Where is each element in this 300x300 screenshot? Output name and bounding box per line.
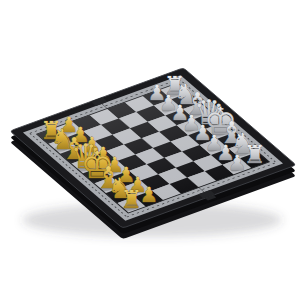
piece-gold-rook: ♜ <box>120 185 142 214</box>
piece-silver-rook: ♜ <box>243 140 265 169</box>
chess-set: ♜♟♞♟♝♟♛♟♟♚♜♟♟♝♞♟♟♞♝♟♟♜♛♟♟♚♟♝♟♞♟♜ <box>0 0 300 300</box>
piece-silver-pawn: ♟ <box>228 151 247 175</box>
product-photo: ♜♟♞♟♝♟♛♟♟♚♜♟♟♝♞♟♟♞♝♟♟♜♛♟♟♚♟♝♟♞♟♜ <box>0 0 300 300</box>
